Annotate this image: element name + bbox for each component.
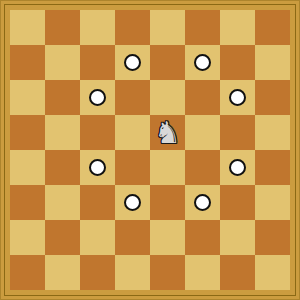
square-h5[interactable] [255,115,290,150]
square-h7[interactable] [255,45,290,80]
square-b6[interactable] [45,80,80,115]
square-e6[interactable] [150,80,185,115]
square-c2[interactable] [80,220,115,255]
square-g7[interactable] [220,45,255,80]
knight-move-marker [194,54,211,71]
square-a6[interactable] [10,80,45,115]
square-e1[interactable] [150,255,185,290]
square-h1[interactable] [255,255,290,290]
square-a5[interactable] [10,115,45,150]
square-d2[interactable] [115,220,150,255]
square-f6[interactable] [185,80,220,115]
square-g4[interactable] [220,150,255,185]
square-g1[interactable] [220,255,255,290]
square-h3[interactable] [255,185,290,220]
square-g5[interactable] [220,115,255,150]
square-d1[interactable] [115,255,150,290]
square-e2[interactable] [150,220,185,255]
square-d6[interactable] [115,80,150,115]
knight-move-marker [229,89,246,106]
square-b1[interactable] [45,255,80,290]
square-d5[interactable] [115,115,150,150]
square-b5[interactable] [45,115,80,150]
knight-move-marker [229,159,246,176]
square-b2[interactable] [45,220,80,255]
square-g6[interactable] [220,80,255,115]
square-g2[interactable] [220,220,255,255]
square-f8[interactable] [185,10,220,45]
square-b7[interactable] [45,45,80,80]
square-g3[interactable] [220,185,255,220]
square-a7[interactable] [10,45,45,80]
knight-move-marker [194,194,211,211]
square-e3[interactable] [150,185,185,220]
square-a1[interactable] [10,255,45,290]
square-e5[interactable]: ♞ [150,115,185,150]
white-knight-piece[interactable]: ♞ [154,115,181,150]
square-a8[interactable] [10,10,45,45]
square-h6[interactable] [255,80,290,115]
knight-move-marker [124,194,141,211]
square-f1[interactable] [185,255,220,290]
square-f2[interactable] [185,220,220,255]
square-c7[interactable] [80,45,115,80]
square-d7[interactable] [115,45,150,80]
square-b8[interactable] [45,10,80,45]
square-c8[interactable] [80,10,115,45]
square-b3[interactable] [45,185,80,220]
square-c3[interactable] [80,185,115,220]
chess-board: ♞ [10,10,290,290]
square-h4[interactable] [255,150,290,185]
knight-move-marker [124,54,141,71]
square-e8[interactable] [150,10,185,45]
square-f5[interactable] [185,115,220,150]
square-d8[interactable] [115,10,150,45]
square-h8[interactable] [255,10,290,45]
knight-move-marker [89,89,106,106]
square-h2[interactable] [255,220,290,255]
square-d3[interactable] [115,185,150,220]
square-f7[interactable] [185,45,220,80]
square-a3[interactable] [10,185,45,220]
square-a4[interactable] [10,150,45,185]
square-c5[interactable] [80,115,115,150]
square-g8[interactable] [220,10,255,45]
square-f3[interactable] [185,185,220,220]
square-c1[interactable] [80,255,115,290]
square-e4[interactable] [150,150,185,185]
square-a2[interactable] [10,220,45,255]
square-f4[interactable] [185,150,220,185]
knight-move-marker [89,159,106,176]
square-b4[interactable] [45,150,80,185]
square-c4[interactable] [80,150,115,185]
board-frame: ♞ [0,0,300,300]
square-e7[interactable] [150,45,185,80]
square-d4[interactable] [115,150,150,185]
square-c6[interactable] [80,80,115,115]
